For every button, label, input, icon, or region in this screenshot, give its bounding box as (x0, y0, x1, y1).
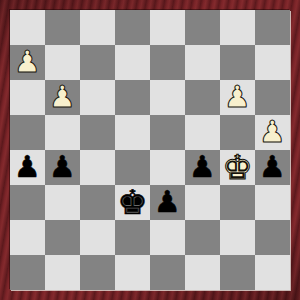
square-b7[interactable] (45, 45, 80, 80)
square-d8[interactable] (115, 10, 150, 45)
square-g4[interactable]: ♚ (220, 150, 255, 185)
square-h6[interactable] (255, 80, 290, 115)
square-c6[interactable] (80, 80, 115, 115)
square-e7[interactable] (150, 45, 185, 80)
square-c2[interactable] (80, 220, 115, 255)
square-b3[interactable] (45, 185, 80, 220)
square-a8[interactable] (10, 10, 45, 45)
square-e6[interactable] (150, 80, 185, 115)
square-a4[interactable]: ♟ (10, 150, 45, 185)
square-f4[interactable]: ♟ (185, 150, 220, 185)
square-h1[interactable] (255, 255, 290, 290)
black-pawn-h4: ♟ (259, 152, 286, 182)
square-b5[interactable] (45, 115, 80, 150)
square-h8[interactable] (255, 10, 290, 45)
square-g8[interactable] (220, 10, 255, 45)
square-f2[interactable] (185, 220, 220, 255)
square-h7[interactable] (255, 45, 290, 80)
square-f3[interactable] (185, 185, 220, 220)
square-a1[interactable] (10, 255, 45, 290)
square-f8[interactable] (185, 10, 220, 45)
board-frame: ♟♟♟♟♟♟♟♚♟♚♟ (0, 0, 300, 300)
black-pawn-a4: ♟ (14, 152, 41, 182)
square-d2[interactable] (115, 220, 150, 255)
square-f6[interactable] (185, 80, 220, 115)
square-g6[interactable]: ♟ (220, 80, 255, 115)
square-d1[interactable] (115, 255, 150, 290)
black-pawn-e3: ♟ (154, 187, 181, 217)
square-a5[interactable] (10, 115, 45, 150)
square-f7[interactable] (185, 45, 220, 80)
square-e4[interactable] (150, 150, 185, 185)
square-a6[interactable] (10, 80, 45, 115)
square-b1[interactable] (45, 255, 80, 290)
square-e2[interactable] (150, 220, 185, 255)
square-e3[interactable]: ♟ (150, 185, 185, 220)
square-h5[interactable]: ♟ (255, 115, 290, 150)
square-e5[interactable] (150, 115, 185, 150)
square-d4[interactable] (115, 150, 150, 185)
square-g7[interactable] (220, 45, 255, 80)
white-pawn-h5: ♟ (259, 117, 286, 147)
square-g3[interactable] (220, 185, 255, 220)
square-c5[interactable] (80, 115, 115, 150)
square-a7[interactable]: ♟ (10, 45, 45, 80)
square-a3[interactable] (10, 185, 45, 220)
chess-board: ♟♟♟♟♟♟♟♚♟♚♟ (10, 10, 290, 290)
black-pawn-f4: ♟ (189, 152, 216, 182)
white-pawn-a7: ♟ (14, 47, 41, 77)
white-pawn-b6: ♟ (49, 82, 76, 112)
square-h3[interactable] (255, 185, 290, 220)
square-b2[interactable] (45, 220, 80, 255)
square-c7[interactable] (80, 45, 115, 80)
square-c3[interactable] (80, 185, 115, 220)
square-f5[interactable] (185, 115, 220, 150)
square-f1[interactable] (185, 255, 220, 290)
square-d6[interactable] (115, 80, 150, 115)
square-h4[interactable]: ♟ (255, 150, 290, 185)
white-king-g4: ♚ (222, 150, 252, 184)
square-g2[interactable] (220, 220, 255, 255)
square-h2[interactable] (255, 220, 290, 255)
square-a2[interactable] (10, 220, 45, 255)
square-c4[interactable] (80, 150, 115, 185)
square-g1[interactable] (220, 255, 255, 290)
square-b4[interactable]: ♟ (45, 150, 80, 185)
square-d3[interactable]: ♚ (115, 185, 150, 220)
black-pawn-b4: ♟ (49, 152, 76, 182)
white-pawn-g6: ♟ (224, 82, 251, 112)
black-king-d3: ♚ (117, 185, 147, 219)
square-b6[interactable]: ♟ (45, 80, 80, 115)
square-c8[interactable] (80, 10, 115, 45)
square-g5[interactable] (220, 115, 255, 150)
square-e8[interactable] (150, 10, 185, 45)
square-d7[interactable] (115, 45, 150, 80)
square-c1[interactable] (80, 255, 115, 290)
square-b8[interactable] (45, 10, 80, 45)
square-d5[interactable] (115, 115, 150, 150)
square-e1[interactable] (150, 255, 185, 290)
